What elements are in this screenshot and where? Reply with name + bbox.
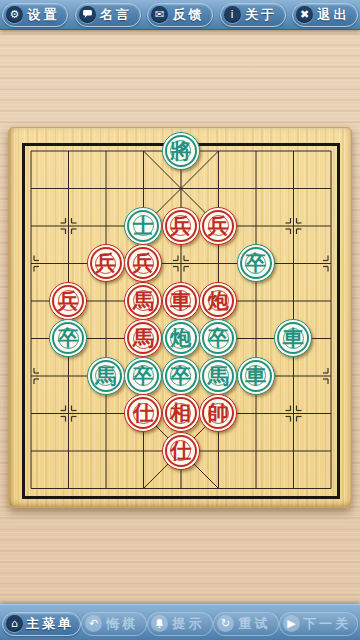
piece-green-卒[interactable]: 卒 [124,357,162,395]
bottom-toolbar: ⌂主菜单↶悔棋提示↻重试▶下一关 [0,604,360,640]
main-menu-button[interactable]: ⌂主菜单 [2,612,81,636]
undo-icon: ↶ [85,615,102,632]
piece-red-兵[interactable]: 兵 [124,244,162,282]
main-menu-button-label: 主菜单 [23,615,74,633]
piece-glyph: 馬 [133,327,154,348]
next-level-button-label: 下一关 [300,615,351,633]
close-icon: ✖ [296,6,313,23]
hint-button-label: 提示 [168,615,206,633]
piece-red-兵[interactable]: 兵 [199,207,237,245]
quotes-button-label: 名言 [96,6,134,24]
piece-green-士[interactable]: 士 [124,207,162,245]
piece-red-兵[interactable]: 兵 [87,244,125,282]
piece-green-卒[interactable]: 卒 [162,357,200,395]
piece-glyph: 車 [170,290,191,311]
piece-glyph: 兵 [133,252,154,273]
piece-red-兵[interactable]: 兵 [162,207,200,245]
piece-glyph: 帥 [208,402,229,423]
piece-glyph: 兵 [95,252,116,273]
retry-button-label: 重试 [234,615,272,633]
piece-red-馬[interactable]: 馬 [124,319,162,357]
piece-glyph: 車 [283,327,304,348]
piece-glyph: 相 [170,402,191,423]
piece-green-馬[interactable]: 馬 [87,357,125,395]
next-icon: ▶ [283,615,300,632]
next-level-button[interactable]: ▶下一关 [279,612,358,636]
piece-red-仕[interactable]: 仕 [124,394,162,432]
piece-glyph: 仕 [133,402,154,423]
piece-glyph: 馬 [95,365,116,386]
piece-green-卒[interactable]: 卒 [49,319,87,357]
piece-glyph: 炮 [170,327,191,348]
piece-glyph: 馬 [133,290,154,311]
piece-glyph: 車 [245,365,266,386]
bell-icon [151,615,168,632]
piece-glyph: 卒 [133,365,154,386]
settings-button[interactable]: ⚙设置 [2,3,68,27]
piece-red-車[interactable]: 車 [162,282,200,320]
piece-glyph: 兵 [208,215,229,236]
piece-red-炮[interactable]: 炮 [199,282,237,320]
settings-button-label: 设置 [23,6,61,24]
speech-icon [79,6,96,23]
piece-red-相[interactable]: 相 [162,394,200,432]
hint-button[interactable]: 提示 [147,612,213,636]
home-icon: ⌂ [6,615,23,632]
piece-glyph: 卒 [245,252,266,273]
mail-icon: ✉ [151,6,168,23]
piece-glyph: 兵 [58,290,79,311]
exit-button-label: 退出 [313,6,351,24]
piece-glyph: 將 [170,140,191,161]
piece-green-將[interactable]: 將 [162,132,200,170]
piece-glyph: 卒 [208,327,229,348]
piece-red-仕[interactable]: 仕 [162,432,200,470]
piece-red-兵[interactable]: 兵 [49,282,87,320]
piece-green-馬[interactable]: 馬 [199,357,237,395]
info-icon: i [224,6,241,23]
piece-glyph: 炮 [208,290,229,311]
piece-red-帥[interactable]: 帥 [199,394,237,432]
undo-move-button[interactable]: ↶悔棋 [81,612,147,636]
piece-glyph: 兵 [170,215,191,236]
piece-green-車[interactable]: 車 [237,357,275,395]
xiangqi-board[interactable]: 將士兵兵兵兵卒兵馬車炮卒馬炮卒車馬卒卒馬車仕相帥仕 [8,127,352,508]
exit-button[interactable]: ✖退出 [292,3,358,27]
piece-glyph: 卒 [170,365,191,386]
piece-green-卒[interactable]: 卒 [237,244,275,282]
retry-icon: ↻ [217,615,234,632]
undo-move-button-label: 悔棋 [102,615,140,633]
piece-glyph: 仕 [170,440,191,461]
piece-glyph: 馬 [208,365,229,386]
pieces-grid: 將士兵兵兵兵卒兵馬車炮卒馬炮卒車馬卒卒馬車仕相帥仕 [12,132,350,507]
app-screen: ⚙设置名言✉反馈i关于✖退出 將士兵兵兵兵卒兵馬車炮卒馬炮卒車馬卒卒馬車仕相帥仕… [0,0,360,640]
piece-red-馬[interactable]: 馬 [124,282,162,320]
piece-glyph: 士 [133,215,154,236]
piece-green-車[interactable]: 車 [274,319,312,357]
about-button[interactable]: i关于 [220,3,286,27]
piece-glyph: 卒 [58,327,79,348]
quotes-button[interactable]: 名言 [75,3,141,27]
gear-icon: ⚙ [6,6,23,23]
about-button-label: 关于 [241,6,279,24]
piece-green-炮[interactable]: 炮 [162,319,200,357]
retry-button[interactable]: ↻重试 [213,612,279,636]
top-toolbar: ⚙设置名言✉反馈i关于✖退出 [0,0,360,30]
piece-green-卒[interactable]: 卒 [199,319,237,357]
feedback-button[interactable]: ✉反馈 [147,3,213,27]
feedback-button-label: 反馈 [168,6,206,24]
